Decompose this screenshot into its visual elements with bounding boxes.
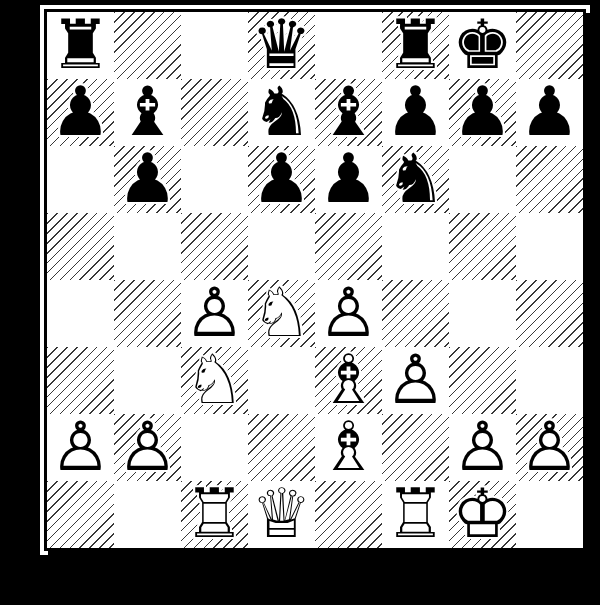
piece-black-pawn[interactable]: ♟ — [315, 146, 382, 213]
square-c1[interactable]: ♖ — [181, 481, 248, 548]
piece-black-pawn[interactable]: ♟ — [449, 79, 516, 146]
piece-black-pawn[interactable]: ♟ — [47, 79, 114, 146]
square-f1[interactable]: ♖ — [382, 481, 449, 548]
square-g4[interactable] — [449, 280, 516, 347]
piece-white-pawn[interactable]: ♙ — [449, 414, 516, 481]
square-f7[interactable]: ♟ — [382, 79, 449, 146]
square-a8[interactable]: ♜ — [47, 12, 114, 79]
square-e1[interactable] — [315, 481, 382, 548]
piece-white-rook[interactable]: ♖ — [382, 481, 449, 548]
piece-black-rook[interactable]: ♜ — [382, 12, 449, 79]
piece-white-knight[interactable]: ♘ — [248, 280, 315, 347]
square-h7[interactable]: ♟ — [516, 79, 583, 146]
piece-white-knight[interactable]: ♘ — [181, 347, 248, 414]
square-b1[interactable] — [114, 481, 181, 548]
square-e8[interactable] — [315, 12, 382, 79]
square-g6[interactable] — [449, 146, 516, 213]
square-b4[interactable] — [114, 280, 181, 347]
piece-black-bishop[interactable]: ♝ — [114, 79, 181, 146]
square-d5[interactable] — [248, 213, 315, 280]
square-d1[interactable]: ♕ — [248, 481, 315, 548]
piece-black-rook[interactable]: ♜ — [47, 12, 114, 79]
chess-diagram: ♜♛♜♚♟♝♞♝♟♟♟♟♟♟♞♙♘♙♘♗♙♙♙♗♙♙♖♕♖♔ — [40, 5, 590, 555]
square-a6[interactable] — [47, 146, 114, 213]
square-d8[interactable]: ♛ — [248, 12, 315, 79]
square-a7[interactable]: ♟ — [47, 79, 114, 146]
square-h6[interactable] — [516, 146, 583, 213]
piece-black-knight[interactable]: ♞ — [248, 79, 315, 146]
square-e7[interactable]: ♝ — [315, 79, 382, 146]
square-d3[interactable] — [248, 347, 315, 414]
square-g1[interactable]: ♔ — [449, 481, 516, 548]
square-g2[interactable]: ♙ — [449, 414, 516, 481]
piece-white-pawn[interactable]: ♙ — [382, 347, 449, 414]
square-h8[interactable] — [516, 12, 583, 79]
square-d6[interactable]: ♟ — [248, 146, 315, 213]
piece-black-pawn[interactable]: ♟ — [382, 79, 449, 146]
square-c4[interactable]: ♙ — [181, 280, 248, 347]
square-d2[interactable] — [248, 414, 315, 481]
square-h2[interactable]: ♙ — [516, 414, 583, 481]
piece-black-pawn[interactable]: ♟ — [114, 146, 181, 213]
square-c5[interactable] — [181, 213, 248, 280]
piece-white-pawn[interactable]: ♙ — [47, 414, 114, 481]
piece-black-queen[interactable]: ♛ — [248, 12, 315, 79]
square-b7[interactable]: ♝ — [114, 79, 181, 146]
piece-black-bishop[interactable]: ♝ — [315, 79, 382, 146]
square-e2[interactable]: ♗ — [315, 414, 382, 481]
page-background: ♜♛♜♚♟♝♞♝♟♟♟♟♟♟♞♙♘♙♘♗♙♙♙♗♙♙♖♕♖♔ — [0, 0, 600, 605]
square-e3[interactable]: ♗ — [315, 347, 382, 414]
square-b5[interactable] — [114, 213, 181, 280]
square-a4[interactable] — [47, 280, 114, 347]
square-c3[interactable]: ♘ — [181, 347, 248, 414]
square-e6[interactable]: ♟ — [315, 146, 382, 213]
piece-white-bishop[interactable]: ♗ — [315, 347, 382, 414]
square-h4[interactable] — [516, 280, 583, 347]
square-c8[interactable] — [181, 12, 248, 79]
square-d4[interactable]: ♘ — [248, 280, 315, 347]
square-f4[interactable] — [382, 280, 449, 347]
piece-black-king[interactable]: ♚ — [449, 12, 516, 79]
piece-white-rook[interactable]: ♖ — [181, 481, 248, 548]
piece-white-pawn[interactable]: ♙ — [516, 414, 583, 481]
square-b3[interactable] — [114, 347, 181, 414]
piece-white-king[interactable]: ♔ — [449, 481, 516, 548]
square-f3[interactable]: ♙ — [382, 347, 449, 414]
square-a2[interactable]: ♙ — [47, 414, 114, 481]
board-frame: ♜♛♜♚♟♝♞♝♟♟♟♟♟♟♞♙♘♙♘♗♙♙♙♗♙♙♖♕♖♔ — [44, 9, 586, 551]
square-a3[interactable] — [47, 347, 114, 414]
square-g5[interactable] — [449, 213, 516, 280]
square-f5[interactable] — [382, 213, 449, 280]
square-f8[interactable]: ♜ — [382, 12, 449, 79]
square-h5[interactable] — [516, 213, 583, 280]
square-d7[interactable]: ♞ — [248, 79, 315, 146]
square-a1[interactable] — [47, 481, 114, 548]
square-f6[interactable]: ♞ — [382, 146, 449, 213]
square-g3[interactable] — [449, 347, 516, 414]
square-b6[interactable]: ♟ — [114, 146, 181, 213]
piece-black-pawn[interactable]: ♟ — [516, 79, 583, 146]
square-a5[interactable] — [47, 213, 114, 280]
square-b8[interactable] — [114, 12, 181, 79]
square-g8[interactable]: ♚ — [449, 12, 516, 79]
square-e5[interactable] — [315, 213, 382, 280]
square-c6[interactable] — [181, 146, 248, 213]
piece-white-bishop[interactable]: ♗ — [315, 414, 382, 481]
piece-black-pawn[interactable]: ♟ — [248, 146, 315, 213]
square-h3[interactable] — [516, 347, 583, 414]
piece-black-knight[interactable]: ♞ — [382, 146, 449, 213]
square-c2[interactable] — [181, 414, 248, 481]
piece-white-pawn[interactable]: ♙ — [315, 280, 382, 347]
piece-white-pawn[interactable]: ♙ — [181, 280, 248, 347]
square-g7[interactable]: ♟ — [449, 79, 516, 146]
square-e4[interactable]: ♙ — [315, 280, 382, 347]
piece-white-queen[interactable]: ♕ — [248, 481, 315, 548]
square-h1[interactable] — [516, 481, 583, 548]
chess-board: ♜♛♜♚♟♝♞♝♟♟♟♟♟♟♞♙♘♙♘♗♙♙♙♗♙♙♖♕♖♔ — [47, 12, 583, 548]
square-b2[interactable]: ♙ — [114, 414, 181, 481]
square-c7[interactable] — [181, 79, 248, 146]
square-f2[interactable] — [382, 414, 449, 481]
piece-white-pawn[interactable]: ♙ — [114, 414, 181, 481]
